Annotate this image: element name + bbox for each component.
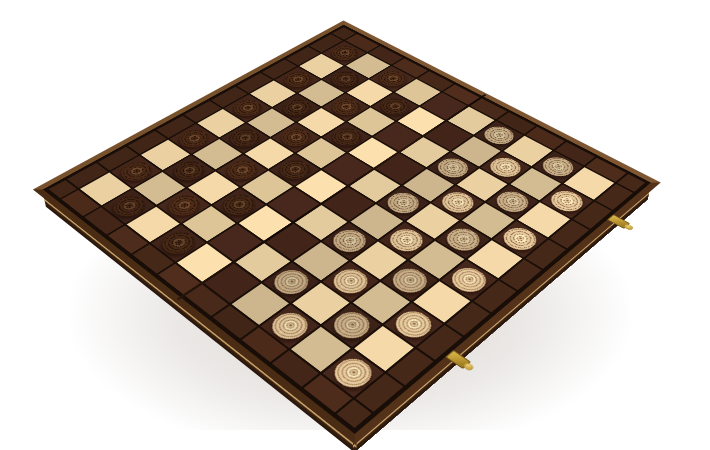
piece-top (497, 224, 542, 255)
board-top-surface (33, 20, 661, 444)
square-1-9[interactable] (533, 151, 583, 182)
checkers-board (33, 20, 661, 444)
frame-tile (586, 158, 627, 182)
square-8-5[interactable] (239, 205, 292, 240)
square-5-4[interactable] (297, 138, 346, 168)
square-8-3[interactable] (188, 171, 239, 204)
light-piece[interactable] (497, 224, 542, 255)
frame-tile (156, 116, 194, 138)
product-photo-scene (0, 0, 710, 450)
light-piece[interactable] (381, 189, 425, 218)
piece-top (381, 189, 425, 218)
board-grid (49, 27, 646, 428)
